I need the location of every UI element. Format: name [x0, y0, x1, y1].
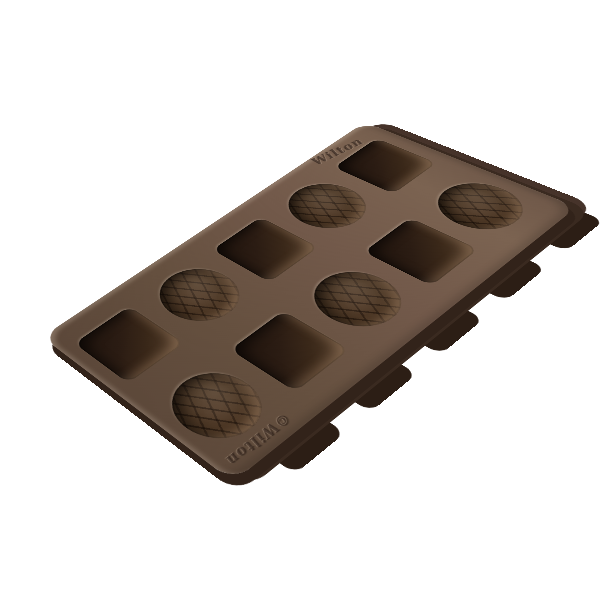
cavity-grid	[42, 122, 365, 337]
cavity-circle-r2c3	[297, 262, 418, 339]
cavity-circle-r2c1	[154, 361, 280, 453]
cavity-circle-r2c5	[422, 175, 538, 240]
cavity-circle-r1c4	[273, 176, 381, 238]
cavity-square-r2c2	[230, 311, 349, 392]
cavity-circle-r1c2	[144, 259, 256, 332]
cavity-square-r1c3	[212, 217, 318, 282]
photo-canvas: Wilton ©Wilton	[0, 0, 600, 600]
cavity-square-r1c5	[334, 138, 437, 194]
chocolate-mold-tray: Wilton ©Wilton	[42, 122, 577, 482]
cavity-square-r1c1	[74, 306, 184, 383]
cavity-square-r2c4	[364, 218, 479, 286]
